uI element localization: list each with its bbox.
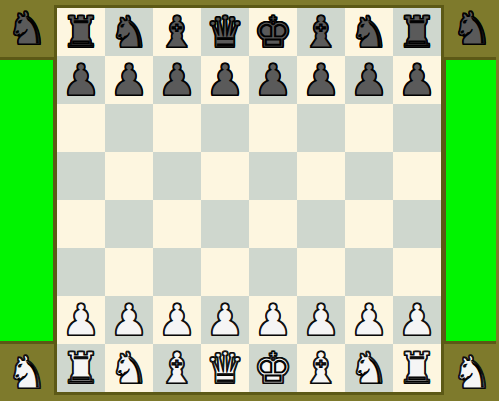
square-b4[interactable]: [105, 200, 153, 248]
square-d2[interactable]: ♟: [201, 296, 249, 344]
square-g3[interactable]: [345, 248, 393, 296]
square-d1[interactable]: ♛: [201, 344, 249, 392]
corner-decoration-bottom-left: ♞: [0, 344, 54, 401]
square-e5[interactable]: [249, 152, 297, 200]
square-g1[interactable]: ♞: [345, 344, 393, 392]
right-side-panel: [442, 57, 496, 344]
white-knight-icon: ♞: [452, 344, 492, 398]
white-pawn: ♟: [398, 296, 437, 344]
square-a8[interactable]: ♜: [57, 8, 105, 56]
square-g7[interactable]: ♟: [345, 56, 393, 104]
square-h6[interactable]: [393, 104, 441, 152]
square-e4[interactable]: [249, 200, 297, 248]
black-pawn: ♟: [398, 56, 437, 104]
white-pawn: ♟: [110, 296, 149, 344]
black-knight: ♞: [350, 8, 389, 56]
square-h8[interactable]: ♜: [393, 8, 441, 56]
chess-board: ♜♞♝♛♚♝♞♜♟♟♟♟♟♟♟♟♟♟♟♟♟♟♟♟♜♞♝♛♚♝♞♜: [54, 5, 444, 395]
chess-app-window: ♞ ♞ ♞ ♞ ♜♞♝♛♚♝♞♜♟♟♟♟♟♟♟♟♟♟♟♟♟♟♟♟♜♞♝♛♚♝♞♜: [0, 0, 499, 401]
square-d7[interactable]: ♟: [201, 56, 249, 104]
white-pawn: ♟: [254, 296, 293, 344]
square-f6[interactable]: [297, 104, 345, 152]
white-bishop: ♝: [158, 344, 197, 392]
square-a5[interactable]: [57, 152, 105, 200]
black-pawn: ♟: [302, 56, 341, 104]
white-king: ♚: [254, 344, 293, 392]
square-h7[interactable]: ♟: [393, 56, 441, 104]
square-b1[interactable]: ♞: [105, 344, 153, 392]
square-g6[interactable]: [345, 104, 393, 152]
square-h5[interactable]: [393, 152, 441, 200]
left-side-panel: [0, 57, 57, 344]
square-d6[interactable]: [201, 104, 249, 152]
square-d3[interactable]: [201, 248, 249, 296]
black-pawn: ♟: [62, 56, 101, 104]
white-queen: ♛: [206, 344, 245, 392]
square-h1[interactable]: ♜: [393, 344, 441, 392]
corner-decoration-top-left: ♞: [0, 0, 54, 57]
white-pawn: ♟: [302, 296, 341, 344]
square-g5[interactable]: [345, 152, 393, 200]
black-pawn: ♟: [254, 56, 293, 104]
square-b3[interactable]: [105, 248, 153, 296]
black-pawn: ♟: [206, 56, 245, 104]
square-a7[interactable]: ♟: [57, 56, 105, 104]
square-f1[interactable]: ♝: [297, 344, 345, 392]
black-knight-icon: ♞: [452, 0, 492, 54]
square-e6[interactable]: [249, 104, 297, 152]
square-f3[interactable]: [297, 248, 345, 296]
square-f2[interactable]: ♟: [297, 296, 345, 344]
black-pawn: ♟: [350, 56, 389, 104]
square-g4[interactable]: [345, 200, 393, 248]
white-knight-icon: ♞: [7, 344, 47, 398]
square-c2[interactable]: ♟: [153, 296, 201, 344]
square-d4[interactable]: [201, 200, 249, 248]
white-pawn: ♟: [62, 296, 101, 344]
square-e3[interactable]: [249, 248, 297, 296]
white-rook: ♜: [398, 344, 437, 392]
square-b8[interactable]: ♞: [105, 8, 153, 56]
black-rook: ♜: [62, 8, 101, 56]
white-knight: ♞: [350, 344, 389, 392]
white-pawn: ♟: [158, 296, 197, 344]
black-rook: ♜: [398, 8, 437, 56]
square-b5[interactable]: [105, 152, 153, 200]
square-h2[interactable]: ♟: [393, 296, 441, 344]
square-f4[interactable]: [297, 200, 345, 248]
black-knight: ♞: [110, 8, 149, 56]
black-knight-icon: ♞: [7, 0, 47, 54]
corner-decoration-bottom-right: ♞: [445, 344, 499, 401]
white-bishop: ♝: [302, 344, 341, 392]
square-e8[interactable]: ♚: [249, 8, 297, 56]
square-c3[interactable]: [153, 248, 201, 296]
corner-decoration-top-right: ♞: [445, 0, 499, 57]
square-f7[interactable]: ♟: [297, 56, 345, 104]
white-rook: ♜: [62, 344, 101, 392]
square-b7[interactable]: ♟: [105, 56, 153, 104]
square-h3[interactable]: [393, 248, 441, 296]
square-a4[interactable]: [57, 200, 105, 248]
square-c5[interactable]: [153, 152, 201, 200]
square-d8[interactable]: ♛: [201, 8, 249, 56]
black-king: ♚: [254, 8, 293, 56]
square-b6[interactable]: [105, 104, 153, 152]
square-g2[interactable]: ♟: [345, 296, 393, 344]
square-e1[interactable]: ♚: [249, 344, 297, 392]
black-pawn: ♟: [110, 56, 149, 104]
white-pawn: ♟: [206, 296, 245, 344]
white-knight: ♞: [110, 344, 149, 392]
square-c6[interactable]: [153, 104, 201, 152]
square-b2[interactable]: ♟: [105, 296, 153, 344]
square-f5[interactable]: [297, 152, 345, 200]
black-queen: ♛: [206, 8, 245, 56]
square-c7[interactable]: ♟: [153, 56, 201, 104]
square-a1[interactable]: ♜: [57, 344, 105, 392]
white-pawn: ♟: [350, 296, 389, 344]
square-g8[interactable]: ♞: [345, 8, 393, 56]
square-f8[interactable]: ♝: [297, 8, 345, 56]
square-a6[interactable]: [57, 104, 105, 152]
black-pawn: ♟: [158, 56, 197, 104]
square-h4[interactable]: [393, 200, 441, 248]
square-c8[interactable]: ♝: [153, 8, 201, 56]
square-d5[interactable]: [201, 152, 249, 200]
square-a3[interactable]: [57, 248, 105, 296]
black-bishop: ♝: [302, 8, 341, 56]
square-a2[interactable]: ♟: [57, 296, 105, 344]
square-e2[interactable]: ♟: [249, 296, 297, 344]
square-c1[interactable]: ♝: [153, 344, 201, 392]
black-bishop: ♝: [158, 8, 197, 56]
square-e7[interactable]: ♟: [249, 56, 297, 104]
square-c4[interactable]: [153, 200, 201, 248]
